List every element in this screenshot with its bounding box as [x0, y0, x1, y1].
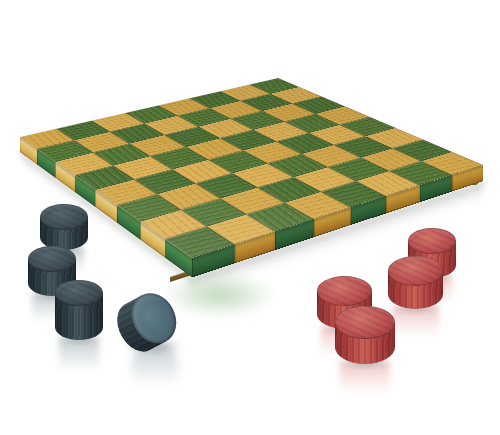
piece-red-4[interactable] [335, 306, 395, 364]
piece-dark-1[interactable] [40, 204, 88, 250]
piece-top-face [335, 306, 395, 339]
piece-top-face [408, 228, 456, 254]
piece-dark-3[interactable] [55, 280, 103, 340]
piece-top-face [55, 280, 103, 306]
pieces-layer [0, 0, 500, 435]
scene: Wooden checkers set: empty 8x8 board of … [0, 0, 500, 435]
piece-top-face [388, 256, 443, 286]
piece-top-face [40, 204, 88, 230]
piece-red-2[interactable] [388, 256, 443, 309]
piece-top-face [28, 246, 76, 272]
piece-top-face [317, 276, 372, 306]
